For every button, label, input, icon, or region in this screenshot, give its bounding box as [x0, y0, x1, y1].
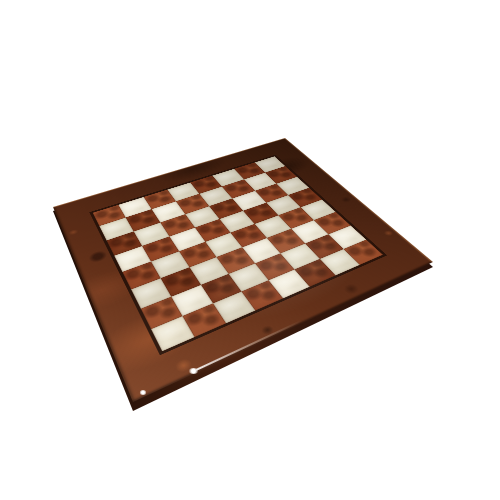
chess-board [53, 138, 433, 402]
product-photo-background [0, 0, 500, 500]
specular-highlight [139, 390, 147, 395]
board-field [93, 156, 383, 351]
specular-highlight [188, 368, 199, 374]
